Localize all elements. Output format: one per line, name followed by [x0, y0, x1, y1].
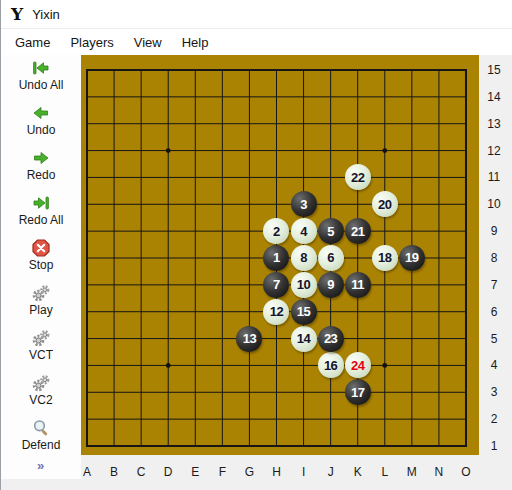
star-point-L4	[382, 363, 387, 368]
stone-move-number: 6	[327, 251, 334, 264]
stone-6-white-J8[interactable]: 6	[318, 245, 344, 271]
redo-all-icon	[31, 193, 51, 212]
row-label-15: 15	[479, 62, 509, 78]
col-label-A: A	[78, 465, 96, 479]
sidebar-button-vc2[interactable]: VC2	[1, 370, 81, 415]
stone-move-number: 1	[273, 251, 280, 264]
stone-move-number: 22	[351, 171, 364, 184]
menu-item-help[interactable]: Help	[172, 31, 219, 54]
sidebar-button-label: VCT	[29, 348, 53, 362]
stone-move-number: 9	[327, 278, 334, 291]
row-label-10: 10	[479, 196, 509, 212]
sidebar-button-play[interactable]: Play	[1, 280, 81, 325]
undo-icon	[31, 103, 51, 122]
star-point-D4	[166, 363, 171, 368]
col-label-F: F	[213, 465, 231, 479]
stone-move-number: 20	[378, 198, 391, 211]
star-point-D12	[166, 148, 171, 153]
col-label-J: J	[322, 465, 340, 479]
sidebar-button-undo-all[interactable]: Undo All	[1, 55, 81, 100]
stone-move-number: 16	[324, 359, 337, 372]
col-label-L: L	[376, 465, 394, 479]
sidebar-button-label: Undo	[27, 123, 56, 137]
sidebar-button-redo[interactable]: Redo	[1, 145, 81, 190]
stone-move-number: 3	[300, 198, 307, 211]
row-label-11: 11	[479, 169, 509, 185]
redo-icon	[31, 148, 51, 167]
stone-move-number: 13	[243, 332, 256, 345]
stone-13-black-G5[interactable]: 13	[236, 326, 262, 352]
menu-bar: GamePlayersViewHelp	[1, 29, 512, 57]
app-logo-icon: Y	[11, 6, 23, 23]
stone-9-black-J7[interactable]: 9	[318, 272, 344, 298]
stone-14-white-I5[interactable]: 14	[291, 326, 317, 352]
stone-16-white-J4[interactable]: 16	[318, 352, 344, 378]
board-surface[interactable]: 123456789101112131415161718192021222324	[81, 55, 479, 455]
stone-move-number: 12	[270, 305, 283, 318]
stone-move-number: 17	[351, 386, 364, 399]
yixin-window: Y Yixin GamePlayersViewHelp Undo All Und…	[0, 0, 512, 490]
col-labels: ABCDEFGHIJKLMNO	[81, 455, 479, 490]
stone-17-black-K3[interactable]: 17	[345, 379, 371, 405]
stone-move-number: 4	[300, 225, 307, 238]
row-label-2: 2	[479, 411, 509, 427]
stone-move-number: 19	[405, 251, 418, 264]
stone-move-number: 2	[273, 225, 280, 238]
board-area: 123456789101112131415161718192021222324 …	[81, 55, 512, 490]
row-label-12: 12	[479, 143, 509, 159]
sidebar-button-label: Defend	[22, 438, 61, 452]
row-label-8: 8	[479, 250, 509, 266]
stone-24-white-K4[interactable]: 24	[345, 352, 371, 378]
col-label-B: B	[105, 465, 123, 479]
col-label-E: E	[186, 465, 204, 479]
stone-3-black-I10[interactable]: 3	[291, 191, 317, 217]
col-label-H: H	[267, 465, 285, 479]
title-bar: Y Yixin	[1, 0, 512, 29]
menu-item-view[interactable]: View	[124, 31, 172, 54]
stone-move-number: 11	[351, 278, 364, 291]
stone-move-number: 14	[297, 332, 310, 345]
sidebar-button-label: Redo All	[19, 213, 64, 227]
col-label-O: O	[457, 465, 475, 479]
engine-gears-icon	[31, 283, 51, 302]
row-label-4: 4	[479, 357, 509, 373]
sidebar-button-stop[interactable]: Stop	[1, 235, 81, 280]
row-label-9: 9	[479, 223, 509, 239]
sidebar-button-label: Play	[29, 303, 52, 317]
sidebar-button-label: Redo	[27, 168, 56, 182]
sidebar-button-undo[interactable]: Undo	[1, 100, 81, 145]
sidebar-button-label: Stop	[29, 258, 54, 272]
stone-move-number: 23	[324, 332, 337, 345]
stone-move-number: 15	[297, 305, 310, 318]
sidebar-expander[interactable]: »	[1, 458, 81, 473]
stone-20-white-L10[interactable]: 20	[372, 191, 398, 217]
col-label-N: N	[430, 465, 448, 479]
sidebar-button-defend[interactable]: Defend	[1, 415, 81, 460]
row-label-3: 3	[479, 384, 509, 400]
stone-15-black-I6[interactable]: 15	[291, 299, 317, 325]
magnifier-icon	[31, 418, 51, 437]
row-label-13: 13	[479, 116, 509, 132]
col-label-G: G	[240, 465, 258, 479]
col-label-K: K	[349, 465, 367, 479]
stone-10-white-I7[interactable]: 10	[291, 272, 317, 298]
stone-move-number: 10	[297, 278, 310, 291]
sidebar-button-label: Undo All	[19, 78, 64, 92]
sidebar-button-label: VC2	[29, 393, 52, 407]
content: Undo All Undo Redo Redo All	[1, 55, 512, 490]
sidebar: Undo All Undo Redo Redo All	[1, 55, 81, 479]
stone-5-black-J9[interactable]: 5	[318, 218, 344, 244]
sidebar-button-redo-all[interactable]: Redo All	[1, 190, 81, 235]
row-label-6: 6	[479, 304, 509, 320]
sidebar-button-vct[interactable]: VCT	[1, 325, 81, 370]
menu-item-players[interactable]: Players	[60, 31, 123, 54]
stone-move-number: 18	[378, 251, 391, 264]
app-title: Yixin	[32, 7, 60, 22]
stone-4-white-I9[interactable]: 4	[291, 218, 317, 244]
stop-icon	[31, 238, 51, 257]
row-label-7: 7	[479, 277, 509, 293]
stone-19-black-M8[interactable]: 19	[399, 245, 425, 271]
stone-move-number: 21	[351, 225, 364, 238]
engine-gears-icon	[31, 328, 51, 347]
stone-11-black-K7[interactable]: 11	[345, 272, 371, 298]
col-label-D: D	[159, 465, 177, 479]
undo-all-icon	[31, 58, 51, 77]
col-label-C: C	[132, 465, 150, 479]
stone-move-number: 24	[351, 359, 364, 372]
row-labels: 151413121110987654321	[479, 55, 512, 490]
col-label-I: I	[295, 465, 313, 479]
stone-8-white-I8[interactable]: 8	[291, 245, 317, 271]
row-label-14: 14	[479, 89, 509, 105]
menu-item-game[interactable]: Game	[5, 31, 60, 54]
stone-18-white-L8[interactable]: 18	[372, 245, 398, 271]
engine-gears-icon	[31, 373, 51, 392]
stone-move-number: 7	[273, 278, 280, 291]
row-label-5: 5	[479, 331, 509, 347]
col-label-M: M	[403, 465, 421, 479]
stone-23-black-J5[interactable]: 23	[318, 326, 344, 352]
stone-21-black-K9[interactable]: 21	[345, 218, 371, 244]
star-point-L12	[382, 148, 387, 153]
stone-22-white-K11[interactable]: 22	[345, 164, 371, 190]
row-label-1: 1	[479, 438, 509, 454]
stone-move-number: 8	[300, 251, 307, 264]
stone-move-number: 5	[327, 225, 334, 238]
